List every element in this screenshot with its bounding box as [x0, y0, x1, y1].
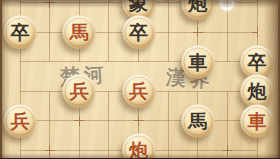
- piece-character: 車: [188, 52, 207, 71]
- point-marker-cross: [49, 0, 50, 8]
- point-marker-cross: [257, 27, 258, 37]
- grid-file-line-2-top: [49, 0, 50, 62]
- point-marker-cross: [138, 116, 139, 126]
- piece-red-soldier[interactable]: 兵: [4, 104, 37, 137]
- piece-black-cannon[interactable]: 炮: [241, 75, 274, 108]
- piece-character: 兵: [129, 82, 148, 101]
- piece-black-horse[interactable]: 馬: [181, 104, 214, 137]
- point-marker-cross: [79, 116, 80, 126]
- piece-character: 象: [129, 0, 148, 12]
- piece-character: 卒: [248, 52, 267, 71]
- piece-character: 車: [248, 111, 267, 130]
- piece-character: 兵: [11, 111, 30, 130]
- piece-red-soldier[interactable]: 兵: [122, 75, 155, 108]
- piece-character: 炮: [129, 141, 148, 159]
- point-marker-cross: [227, 145, 228, 155]
- piece-black-soldier[interactable]: 卒: [241, 45, 274, 78]
- point-marker-cross: [49, 145, 50, 155]
- piece-black-cannon[interactable]: 炮: [181, 0, 214, 19]
- point-marker-cross: [227, 0, 228, 8]
- piece-red-chariot[interactable]: 車: [241, 104, 274, 137]
- piece-character: 炮: [188, 0, 207, 12]
- piece-character: 炮: [248, 82, 267, 101]
- piece-black-chariot[interactable]: 車: [181, 45, 214, 78]
- grid-file-line-6-top: [168, 0, 169, 62]
- piece-character: 馬: [188, 111, 207, 130]
- piece-character: 兵: [70, 82, 89, 101]
- piece-character: 馬: [70, 23, 89, 42]
- piece-black-soldier[interactable]: 卒: [4, 16, 37, 49]
- piece-character: 卒: [11, 23, 30, 42]
- piece-character: 卒: [129, 23, 148, 42]
- piece-red-cannon[interactable]: 炮: [122, 134, 155, 159]
- grid-file-line-8-top: [227, 0, 228, 62]
- piece-black-soldier[interactable]: 卒: [122, 16, 155, 49]
- grid-file-line-6-bottom: [168, 91, 169, 159]
- piece-red-horse[interactable]: 馬: [63, 16, 96, 49]
- point-marker-cross: [197, 27, 198, 37]
- xiangqi-board[interactable]: 楚河漢界 象炮卒馬卒車卒兵兵炮兵馬車炮: [0, 0, 280, 158]
- piece-red-soldier[interactable]: 兵: [63, 75, 96, 108]
- grid-file-line-4-bottom: [108, 91, 109, 159]
- grid-file-line-4-top: [108, 0, 109, 62]
